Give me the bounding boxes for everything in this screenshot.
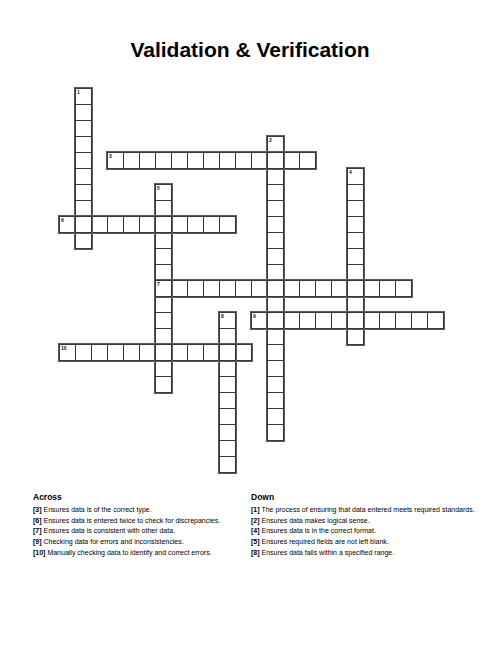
cell-number-3: 3: [109, 154, 112, 159]
cell-r14c14[interactable]: [283, 312, 300, 329]
cell-r12c20[interactable]: [379, 280, 396, 297]
clue-1: [1] The process of ensuring that data en…: [251, 505, 491, 516]
cell-r12c10[interactable]: [219, 280, 236, 297]
cell-r5c1[interactable]: [75, 168, 92, 185]
puzzle-title: Validation & Verification: [0, 38, 500, 62]
clue-number: [1]: [251, 506, 260, 513]
cell-r12c21[interactable]: [395, 280, 412, 297]
clue-9: [9] Checking data for errors and inconsi…: [33, 537, 273, 548]
cell-r11c13[interactable]: [267, 264, 284, 281]
cell-r10c18[interactable]: [347, 248, 364, 265]
crossword-grid: 12345678910: [59, 88, 444, 473]
cell-r12c9[interactable]: [203, 280, 220, 297]
cell-r4c10[interactable]: [219, 152, 236, 169]
cell-r18c10[interactable]: [219, 376, 236, 393]
cell-number-5: 5: [157, 186, 160, 191]
cell-r7c18[interactable]: [347, 200, 364, 217]
cell-r16c7[interactable]: [171, 344, 188, 361]
cell-r15c18[interactable]: [347, 328, 364, 345]
cell-r4c5[interactable]: [139, 152, 156, 169]
across-header: Across: [33, 492, 273, 503]
cell-r8c13[interactable]: [267, 216, 284, 233]
cell-r12c7[interactable]: [171, 280, 188, 297]
cell-r12c18[interactable]: [347, 280, 364, 297]
cell-r4c11[interactable]: [235, 152, 252, 169]
cell-r12c15[interactable]: [299, 280, 316, 297]
cell-r11c6[interactable]: [155, 264, 172, 281]
cell-r12c14[interactable]: [283, 280, 300, 297]
cell-number-1: 1: [77, 90, 80, 95]
cell-r19c13[interactable]: [267, 392, 284, 409]
cell-r8c8[interactable]: [187, 216, 204, 233]
cell-r14c22[interactable]: [411, 312, 428, 329]
cell-r12c16[interactable]: [315, 280, 332, 297]
cell-number-2: 2: [269, 138, 272, 143]
down-header: Down: [251, 492, 491, 503]
cell-r21c10[interactable]: [219, 424, 236, 441]
clue-3: [3] Ensures data is of the correct type.: [33, 505, 273, 516]
cell-r4c7[interactable]: [171, 152, 188, 169]
cell-r17c10[interactable]: [219, 360, 236, 377]
cell-r9c1[interactable]: [75, 232, 92, 249]
cell-number-7: 7: [157, 282, 160, 287]
cell-number-4: 4: [349, 170, 352, 175]
across-clues-list: [3] Ensures data is of the correct type.…: [33, 505, 273, 559]
cell-r4c12[interactable]: [251, 152, 268, 169]
cell-r14c18[interactable]: [347, 312, 364, 329]
cell-r12c8[interactable]: [187, 280, 204, 297]
clue-number: [7]: [33, 527, 42, 534]
cell-r4c1[interactable]: [75, 152, 92, 169]
cell-r20c10[interactable]: [219, 408, 236, 425]
clue-number: [4]: [251, 527, 260, 534]
cell-r4c6[interactable]: [155, 152, 172, 169]
cell-r14c16[interactable]: [315, 312, 332, 329]
cell-r4c8[interactable]: [187, 152, 204, 169]
cell-r23c10[interactable]: [219, 456, 236, 473]
clue-number: [5]: [251, 538, 260, 545]
cell-r7c6[interactable]: [155, 200, 172, 217]
down-clues-list: [1] The process of ensuring that data en…: [251, 505, 491, 559]
cell-r16c5[interactable]: [139, 344, 156, 361]
cell-r15c10[interactable]: [219, 328, 236, 345]
cell-r4c9[interactable]: [203, 152, 220, 169]
cell-r8c10[interactable]: [219, 216, 236, 233]
cell-r19c10[interactable]: [219, 392, 236, 409]
cell-r22c10[interactable]: [219, 440, 236, 457]
cell-r9c13[interactable]: [267, 232, 284, 249]
cell-number-8: 8: [221, 314, 224, 319]
cell-r3c1[interactable]: [75, 136, 92, 153]
cell-r13c6[interactable]: [155, 296, 172, 313]
cell-r18c6[interactable]: [155, 376, 172, 393]
clue-number: [10]: [33, 549, 45, 556]
clue-2: [2] Ensures data makes logical sense.: [251, 516, 491, 527]
cell-r6c13[interactable]: [267, 184, 284, 201]
cell-r16c2[interactable]: [91, 344, 108, 361]
cell-r8c7[interactable]: [171, 216, 188, 233]
cell-r18c13[interactable]: [267, 376, 284, 393]
cell-r14c19[interactable]: [363, 312, 380, 329]
cell-number-9: 9: [253, 314, 256, 319]
cell-r8c4[interactable]: [123, 216, 140, 233]
cell-r12c17[interactable]: [331, 280, 348, 297]
clue-number: [6]: [33, 517, 42, 524]
cell-r14c13[interactable]: [267, 312, 284, 329]
clue-6: [6] Ensures data is entered twice to che…: [33, 516, 273, 527]
cell-r13c18[interactable]: [347, 296, 364, 313]
clue-number: [9]: [33, 538, 42, 545]
cell-r1c1[interactable]: [75, 104, 92, 121]
cell-number-10: 10: [61, 346, 67, 351]
clue-4: [4] Ensures data is in the correct forma…: [251, 526, 491, 537]
cell-r8c6[interactable]: [155, 216, 172, 233]
cell-r15c13[interactable]: [267, 328, 284, 345]
cell-r8c3[interactable]: [107, 216, 124, 233]
cell-r16c13[interactable]: [267, 344, 284, 361]
cell-r14c23[interactable]: [427, 312, 444, 329]
cell-r20c13[interactable]: [267, 408, 284, 425]
cell-r12c19[interactable]: [363, 280, 380, 297]
crossword-page: Validation & Verification 12345678910 Ac…: [0, 0, 500, 647]
cell-r16c10[interactable]: [219, 344, 236, 361]
clue-number: [8]: [251, 549, 260, 556]
cell-r8c5[interactable]: [139, 216, 156, 233]
cell-number-6: 6: [61, 218, 64, 223]
clue-7: [7] Ensures data is consistent with othe…: [33, 526, 273, 537]
cell-r4c13[interactable]: [267, 152, 284, 169]
clue-5: [5] Ensures required fields are not left…: [251, 537, 491, 548]
cell-r13c13[interactable]: [267, 296, 284, 313]
cell-r6c1[interactable]: [75, 184, 92, 201]
cell-r14c21[interactable]: [395, 312, 412, 329]
cell-r16c11[interactable]: [235, 344, 252, 361]
cell-r12c13[interactable]: [267, 280, 284, 297]
cell-r8c2[interactable]: [91, 216, 108, 233]
cell-r7c13[interactable]: [267, 200, 284, 217]
cell-r14c20[interactable]: [379, 312, 396, 329]
cell-r8c18[interactable]: [347, 216, 364, 233]
cell-r14c6[interactable]: [155, 312, 172, 329]
cell-r16c6[interactable]: [155, 344, 172, 361]
cell-r16c4[interactable]: [123, 344, 140, 361]
cell-r16c9[interactable]: [203, 344, 220, 361]
cell-r9c6[interactable]: [155, 232, 172, 249]
clue-10: [10] Manually checking data to identify …: [33, 548, 273, 559]
clue-number: [3]: [33, 506, 42, 513]
cell-r10c6[interactable]: [155, 248, 172, 265]
cell-r15c6[interactable]: [155, 328, 172, 345]
cell-r7c1[interactable]: [75, 200, 92, 217]
cell-r10c13[interactable]: [267, 248, 284, 265]
cell-r16c3[interactable]: [107, 344, 124, 361]
cell-r17c13[interactable]: [267, 360, 284, 377]
cell-r14c17[interactable]: [331, 312, 348, 329]
cell-r8c1[interactable]: [75, 216, 92, 233]
cell-r6c18[interactable]: [347, 184, 364, 201]
cell-r8c9[interactable]: [203, 216, 220, 233]
cell-r2c1[interactable]: [75, 120, 92, 137]
clue-number: [2]: [251, 517, 260, 524]
cell-r21c13[interactable]: [267, 424, 284, 441]
cell-r4c4[interactable]: [123, 152, 140, 169]
cell-r16c1[interactable]: [75, 344, 92, 361]
across-clues-section: Across [3] Ensures data is of the correc…: [33, 492, 273, 559]
clue-8: [8] Ensures data falls within a specifie…: [251, 548, 491, 559]
cell-r16c8[interactable]: [187, 344, 204, 361]
cell-r4c15[interactable]: [299, 152, 316, 169]
cell-r5c13[interactable]: [267, 168, 284, 185]
cell-r4c14[interactable]: [283, 152, 300, 169]
down-clues-section: Down [1] The process of ensuring that da…: [251, 492, 491, 559]
cell-r11c18[interactable]: [347, 264, 364, 281]
cell-r12c11[interactable]: [235, 280, 252, 297]
cell-r12c12[interactable]: [251, 280, 268, 297]
cell-r9c18[interactable]: [347, 232, 364, 249]
cell-r14c15[interactable]: [299, 312, 316, 329]
cell-r17c6[interactable]: [155, 360, 172, 377]
